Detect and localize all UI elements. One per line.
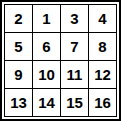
tile-r1c0[interactable]: 5 [5,33,32,60]
tile-r2c0[interactable]: 9 [5,61,32,88]
tile-r0c1[interactable]: 1 [33,5,60,32]
tile-r3c0[interactable]: 13 [5,89,32,116]
tile-r0c2[interactable]: 3 [61,5,88,32]
tile-r2c3[interactable]: 12 [89,61,116,88]
tile-r1c2[interactable]: 7 [61,33,88,60]
tile-r3c2[interactable]: 15 [61,89,88,116]
tile-r1c3[interactable]: 8 [89,33,116,60]
tile-r2c1[interactable]: 10 [33,61,60,88]
puzzle-board: 2 1 3 4 5 6 7 8 9 10 11 12 13 14 15 16 [0,0,121,121]
tile-r2c2[interactable]: 11 [61,61,88,88]
tile-r0c3[interactable]: 4 [89,5,116,32]
puzzle-grid: 2 1 3 4 5 6 7 8 9 10 11 12 13 14 15 16 [4,4,117,117]
tile-r0c0[interactable]: 2 [5,5,32,32]
tile-r1c1[interactable]: 6 [33,33,60,60]
tile-r3c1[interactable]: 14 [33,89,60,116]
tile-r3c3[interactable]: 16 [89,89,116,116]
